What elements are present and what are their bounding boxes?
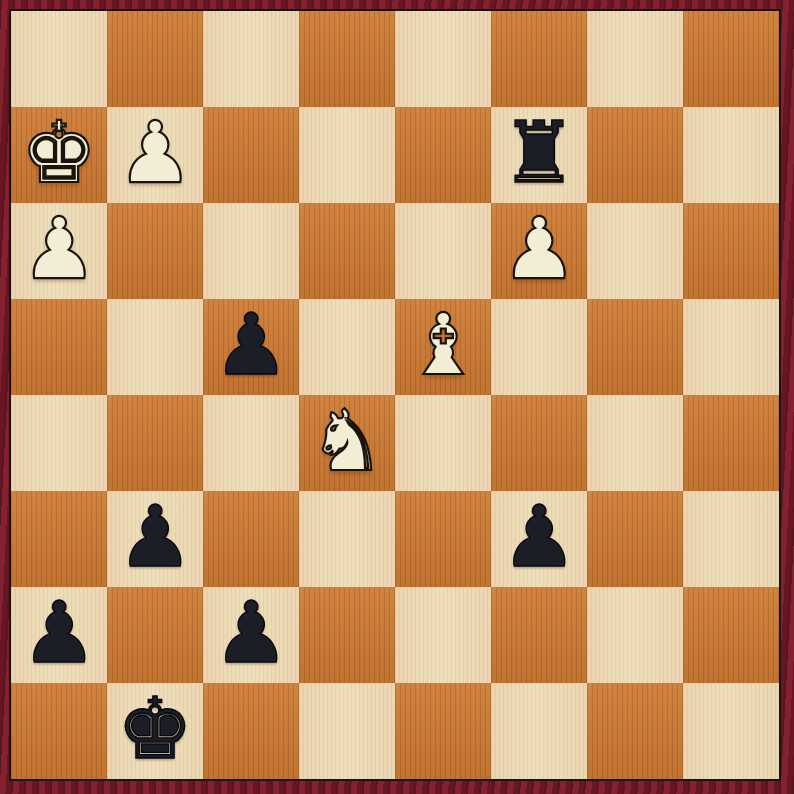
square-c8[interactable] <box>203 11 299 107</box>
square-g3[interactable] <box>587 491 683 587</box>
square-f7[interactable]: ♜ <box>491 107 587 203</box>
square-b6[interactable] <box>107 203 203 299</box>
square-b3[interactable]: ♟ <box>107 491 203 587</box>
square-f8[interactable] <box>491 11 587 107</box>
square-a3[interactable] <box>11 491 107 587</box>
square-d6[interactable] <box>299 203 395 299</box>
square-d7[interactable] <box>299 107 395 203</box>
square-b2[interactable] <box>107 587 203 683</box>
square-e4[interactable] <box>395 395 491 491</box>
piece-white-pawn[interactable]: ♟ <box>117 110 193 195</box>
square-c2[interactable]: ♟ <box>203 587 299 683</box>
square-g7[interactable] <box>587 107 683 203</box>
square-b4[interactable] <box>107 395 203 491</box>
piece-white-pawn[interactable]: ♟ <box>501 206 577 291</box>
square-d8[interactable] <box>299 11 395 107</box>
square-a6[interactable]: ♟ <box>11 203 107 299</box>
square-e5[interactable]: ♝ <box>395 299 491 395</box>
square-d5[interactable] <box>299 299 395 395</box>
piece-black-king[interactable]: ♚ <box>117 686 193 771</box>
square-b5[interactable] <box>107 299 203 395</box>
square-h2[interactable] <box>683 587 779 683</box>
square-f1[interactable] <box>491 683 587 779</box>
square-c3[interactable] <box>203 491 299 587</box>
square-a2[interactable]: ♟ <box>11 587 107 683</box>
piece-white-pawn[interactable]: ♟ <box>21 206 97 291</box>
square-g2[interactable] <box>587 587 683 683</box>
square-b8[interactable] <box>107 11 203 107</box>
square-g5[interactable] <box>587 299 683 395</box>
piece-black-rook[interactable]: ♜ <box>501 110 577 195</box>
square-g1[interactable] <box>587 683 683 779</box>
square-h6[interactable] <box>683 203 779 299</box>
square-d4[interactable]: ♞ <box>299 395 395 491</box>
square-c1[interactable] <box>203 683 299 779</box>
square-f6[interactable]: ♟ <box>491 203 587 299</box>
piece-white-bishop[interactable]: ♝ <box>405 302 481 387</box>
square-e3[interactable] <box>395 491 491 587</box>
square-e1[interactable] <box>395 683 491 779</box>
square-h4[interactable] <box>683 395 779 491</box>
piece-black-pawn[interactable]: ♟ <box>213 590 289 675</box>
square-a4[interactable] <box>11 395 107 491</box>
square-a7[interactable]: ♚ <box>11 107 107 203</box>
square-f3[interactable]: ♟ <box>491 491 587 587</box>
square-h7[interactable] <box>683 107 779 203</box>
square-d3[interactable] <box>299 491 395 587</box>
square-e7[interactable] <box>395 107 491 203</box>
square-d1[interactable] <box>299 683 395 779</box>
square-c4[interactable] <box>203 395 299 491</box>
square-h3[interactable] <box>683 491 779 587</box>
piece-black-pawn[interactable]: ♟ <box>501 494 577 579</box>
piece-black-pawn[interactable]: ♟ <box>21 590 97 675</box>
square-a8[interactable] <box>11 11 107 107</box>
square-a5[interactable] <box>11 299 107 395</box>
square-c7[interactable] <box>203 107 299 203</box>
chess-board-frame: ♚♟♜♟♟♟♝♞♟♟♟♟♚ <box>0 0 794 794</box>
square-c5[interactable]: ♟ <box>203 299 299 395</box>
square-e2[interactable] <box>395 587 491 683</box>
square-b7[interactable]: ♟ <box>107 107 203 203</box>
piece-white-knight[interactable]: ♞ <box>309 398 385 483</box>
square-f4[interactable] <box>491 395 587 491</box>
square-g6[interactable] <box>587 203 683 299</box>
square-g4[interactable] <box>587 395 683 491</box>
square-f2[interactable] <box>491 587 587 683</box>
square-h1[interactable] <box>683 683 779 779</box>
piece-white-king[interactable]: ♚ <box>21 110 97 195</box>
square-d2[interactable] <box>299 587 395 683</box>
square-h8[interactable] <box>683 11 779 107</box>
piece-black-pawn[interactable]: ♟ <box>117 494 193 579</box>
square-g8[interactable] <box>587 11 683 107</box>
square-h5[interactable] <box>683 299 779 395</box>
square-f5[interactable] <box>491 299 587 395</box>
chess-board: ♚♟♜♟♟♟♝♞♟♟♟♟♚ <box>9 9 781 781</box>
square-e8[interactable] <box>395 11 491 107</box>
square-b1[interactable]: ♚ <box>107 683 203 779</box>
square-c6[interactable] <box>203 203 299 299</box>
piece-black-pawn[interactable]: ♟ <box>213 302 289 387</box>
square-a1[interactable] <box>11 683 107 779</box>
square-e6[interactable] <box>395 203 491 299</box>
